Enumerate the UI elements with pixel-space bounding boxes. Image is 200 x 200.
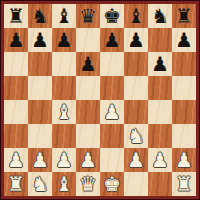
square-g1[interactable] — [148, 172, 172, 196]
square-c6[interactable] — [52, 52, 76, 76]
black-pawn[interactable]: ♟ — [79, 54, 97, 74]
black-pawn[interactable]: ♟ — [103, 30, 121, 50]
square-b7[interactable]: ♟ — [28, 28, 52, 52]
white-rook[interactable]: ♜ — [175, 174, 193, 194]
black-knight[interactable]: ♞ — [151, 6, 169, 26]
square-e5[interactable] — [100, 76, 124, 100]
square-e8[interactable]: ♚ — [100, 4, 124, 28]
chess-board-frame: ♜♞♝♛♚♝♞♜♟♟♟♟♟♟♟♟♝♟♞♟♟♟♟♟♟♟♜♞♝♛♚♜ — [0, 0, 200, 200]
square-f3[interactable]: ♞ — [124, 124, 148, 148]
square-g7[interactable] — [148, 28, 172, 52]
square-a6[interactable] — [4, 52, 28, 76]
white-pawn[interactable]: ♟ — [175, 150, 193, 170]
chess-board: ♜♞♝♛♚♝♞♜♟♟♟♟♟♟♟♟♝♟♞♟♟♟♟♟♟♟♜♞♝♛♚♜ — [4, 4, 196, 196]
square-e7[interactable]: ♟ — [100, 28, 124, 52]
square-f2[interactable]: ♟ — [124, 148, 148, 172]
square-c2[interactable]: ♟ — [52, 148, 76, 172]
square-b3[interactable] — [28, 124, 52, 148]
square-b4[interactable] — [28, 100, 52, 124]
square-h6[interactable] — [172, 52, 196, 76]
square-c4[interactable]: ♝ — [52, 100, 76, 124]
square-b1[interactable]: ♞ — [28, 172, 52, 196]
white-pawn[interactable]: ♟ — [31, 150, 49, 170]
square-a3[interactable] — [4, 124, 28, 148]
square-g8[interactable]: ♞ — [148, 4, 172, 28]
square-d2[interactable]: ♟ — [76, 148, 100, 172]
white-rook[interactable]: ♜ — [7, 174, 25, 194]
square-g3[interactable] — [148, 124, 172, 148]
square-a8[interactable]: ♜ — [4, 4, 28, 28]
square-h8[interactable]: ♜ — [172, 4, 196, 28]
square-e1[interactable]: ♚ — [100, 172, 124, 196]
square-f6[interactable] — [124, 52, 148, 76]
black-rook[interactable]: ♜ — [7, 6, 25, 26]
square-b6[interactable] — [28, 52, 52, 76]
square-d5[interactable] — [76, 76, 100, 100]
white-bishop[interactable]: ♝ — [55, 174, 73, 194]
square-f8[interactable]: ♝ — [124, 4, 148, 28]
square-g6[interactable]: ♟ — [148, 52, 172, 76]
square-f1[interactable] — [124, 172, 148, 196]
white-knight[interactable]: ♞ — [127, 126, 145, 146]
square-e4[interactable]: ♟ — [100, 100, 124, 124]
square-g5[interactable] — [148, 76, 172, 100]
square-c7[interactable]: ♟ — [52, 28, 76, 52]
square-d3[interactable] — [76, 124, 100, 148]
square-f5[interactable] — [124, 76, 148, 100]
square-a2[interactable]: ♟ — [4, 148, 28, 172]
white-pawn[interactable]: ♟ — [127, 150, 145, 170]
black-pawn[interactable]: ♟ — [55, 30, 73, 50]
black-pawn[interactable]: ♟ — [7, 30, 25, 50]
black-pawn[interactable]: ♟ — [31, 30, 49, 50]
square-f4[interactable] — [124, 100, 148, 124]
square-c3[interactable] — [52, 124, 76, 148]
square-e6[interactable] — [100, 52, 124, 76]
square-h1[interactable]: ♜ — [172, 172, 196, 196]
square-a5[interactable] — [4, 76, 28, 100]
square-h4[interactable] — [172, 100, 196, 124]
black-knight[interactable]: ♞ — [31, 6, 49, 26]
square-h5[interactable] — [172, 76, 196, 100]
white-bishop[interactable]: ♝ — [55, 102, 73, 122]
black-rook[interactable]: ♜ — [175, 6, 193, 26]
white-pawn[interactable]: ♟ — [103, 102, 121, 122]
white-pawn[interactable]: ♟ — [55, 150, 73, 170]
square-h3[interactable] — [172, 124, 196, 148]
square-d8[interactable]: ♛ — [76, 4, 100, 28]
square-h2[interactable]: ♟ — [172, 148, 196, 172]
white-pawn[interactable]: ♟ — [79, 150, 97, 170]
white-pawn[interactable]: ♟ — [7, 150, 25, 170]
square-c5[interactable] — [52, 76, 76, 100]
square-a1[interactable]: ♜ — [4, 172, 28, 196]
square-b2[interactable]: ♟ — [28, 148, 52, 172]
black-bishop[interactable]: ♝ — [127, 6, 145, 26]
square-d4[interactable] — [76, 100, 100, 124]
square-e2[interactable] — [100, 148, 124, 172]
white-queen[interactable]: ♛ — [79, 174, 97, 194]
black-king[interactable]: ♚ — [103, 6, 121, 26]
square-c1[interactable]: ♝ — [52, 172, 76, 196]
square-a7[interactable]: ♟ — [4, 28, 28, 52]
black-queen[interactable]: ♛ — [79, 6, 97, 26]
white-king[interactable]: ♚ — [103, 174, 121, 194]
square-b8[interactable]: ♞ — [28, 4, 52, 28]
square-e3[interactable] — [100, 124, 124, 148]
square-c8[interactable]: ♝ — [52, 4, 76, 28]
black-pawn[interactable]: ♟ — [175, 30, 193, 50]
square-d7[interactable] — [76, 28, 100, 52]
square-f7[interactable]: ♟ — [124, 28, 148, 52]
white-knight[interactable]: ♞ — [31, 174, 49, 194]
square-d6[interactable]: ♟ — [76, 52, 100, 76]
white-pawn[interactable]: ♟ — [151, 150, 169, 170]
square-d1[interactable]: ♛ — [76, 172, 100, 196]
square-g4[interactable] — [148, 100, 172, 124]
black-pawn[interactable]: ♟ — [151, 54, 169, 74]
square-g2[interactable]: ♟ — [148, 148, 172, 172]
square-a4[interactable] — [4, 100, 28, 124]
black-bishop[interactable]: ♝ — [55, 6, 73, 26]
black-pawn[interactable]: ♟ — [127, 30, 145, 50]
square-b5[interactable] — [28, 76, 52, 100]
square-h7[interactable]: ♟ — [172, 28, 196, 52]
